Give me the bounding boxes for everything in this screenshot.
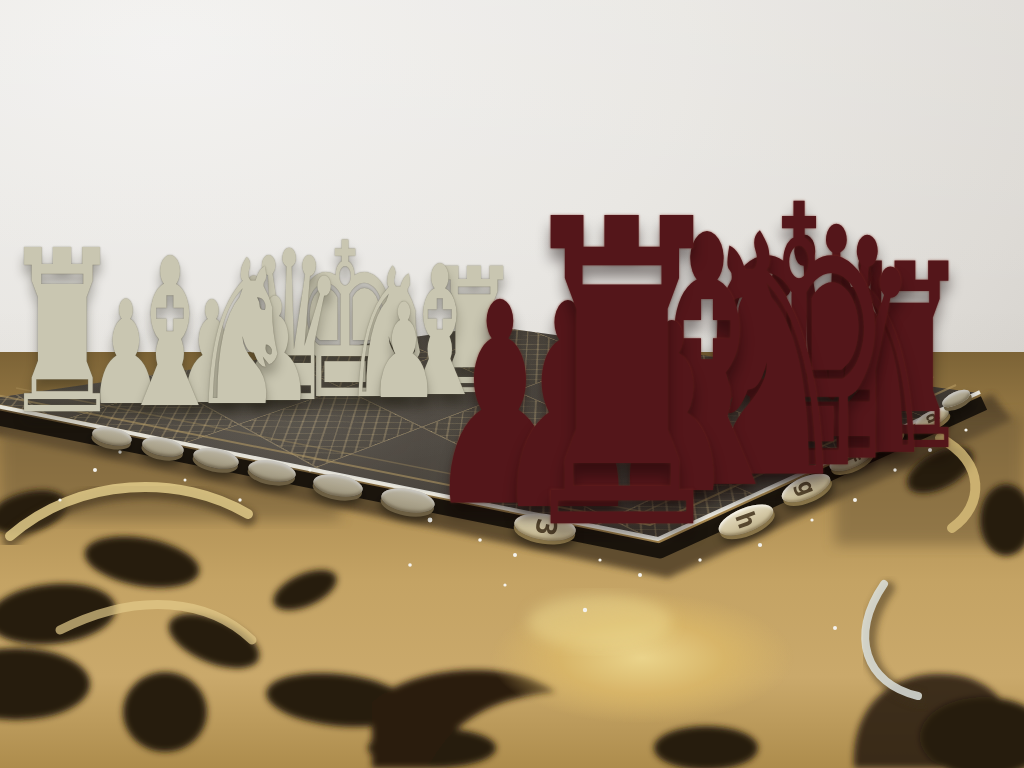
red-rook: ♜ [509, 166, 736, 588]
white-rook: ♜ [1, 221, 122, 446]
pieces-layer: ♜♟♝♟♞♟♛♚♞♟♝♜♜♞♛♚♞♝♟♜♟♟ [0, 0, 1024, 768]
white-bishop: ♝ [115, 232, 225, 437]
photo-scene: 3hgfed ♜♟♝♟♞♟♛♚♞♟♝♜♜♞♛♚♞♝♟♜♟♟ [0, 0, 1024, 768]
